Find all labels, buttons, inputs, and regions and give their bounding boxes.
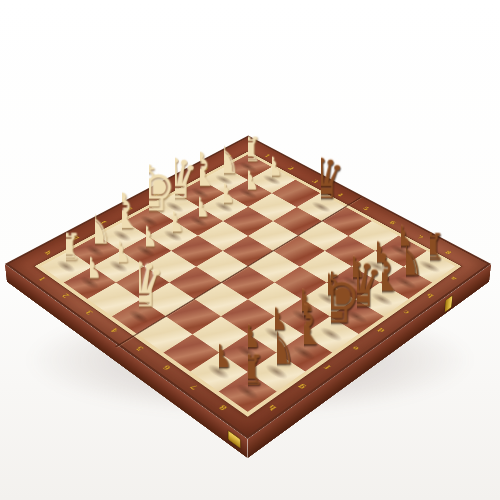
- brass-latch-icon: [444, 295, 452, 313]
- board-top-face: 11aa22bb33cc44dd55ee66ff77gg88hh ♜♞♝♛♚♝♞…: [5, 135, 491, 439]
- pawn-glyph: ♟: [77, 253, 103, 282]
- photo-stage: 11aa22bb33cc44dd55ee66ff77gg88hh ♜♞♝♛♚♝♞…: [0, 0, 500, 500]
- queen-glyph: ♛: [111, 255, 166, 317]
- scene: 11aa22bb33cc44dd55ee66ff77gg88hh ♜♞♝♛♚♝♞…: [0, 0, 500, 500]
- chess-board: 11aa22bb33cc44dd55ee66ff77gg88hh ♜♞♝♛♚♝♞…: [5, 135, 491, 439]
- rook-glyph: ♜: [229, 349, 267, 391]
